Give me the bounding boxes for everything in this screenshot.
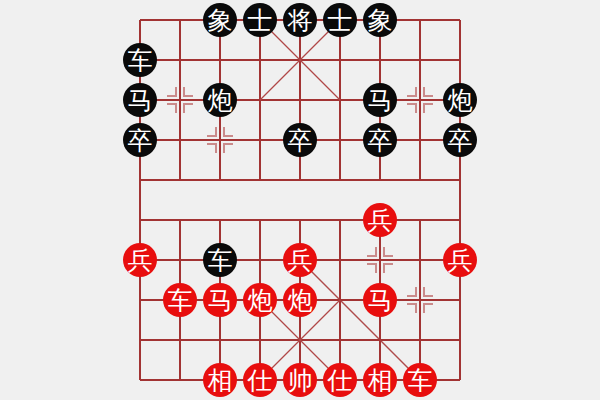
point-marker	[407, 87, 433, 113]
piece-black-cannon[interactable]: 炮	[203, 83, 237, 117]
intersection-f1r2[interactable]	[160, 80, 200, 120]
intersection-f4r0[interactable]: 将	[280, 0, 320, 40]
piece-red-horse[interactable]: 马	[363, 283, 397, 317]
piece-red-elephant[interactable]: 相	[363, 363, 397, 397]
piece-black-soldier[interactable]: 卒	[123, 123, 157, 157]
piece-red-general[interactable]: 帅	[283, 363, 317, 397]
piece-red-soldier[interactable]: 兵	[283, 243, 317, 277]
intersection-f0r6[interactable]: 兵	[120, 240, 160, 280]
piece-red-cannon[interactable]: 炮	[283, 283, 317, 317]
intersection-f4r7[interactable]: 炮	[280, 280, 320, 320]
piece-red-soldier[interactable]: 兵	[123, 243, 157, 277]
piece-black-general[interactable]: 将	[283, 3, 317, 37]
piece-black-horse[interactable]: 马	[123, 83, 157, 117]
point-marker	[167, 87, 193, 113]
intersection-f6r9[interactable]: 相	[360, 360, 400, 400]
intersection-f5r0[interactable]: 士	[320, 0, 360, 40]
intersection-f8r3[interactable]: 卒	[440, 120, 480, 160]
intersection-f4r6[interactable]: 兵	[280, 240, 320, 280]
piece-red-horse[interactable]: 马	[203, 283, 237, 317]
piece-black-elephant[interactable]: 象	[203, 3, 237, 37]
point-marker	[407, 287, 433, 313]
piece-red-chariot[interactable]: 车	[403, 363, 437, 397]
piece-black-advisor[interactable]: 士	[323, 3, 357, 37]
piece-red-cannon[interactable]: 炮	[243, 283, 277, 317]
intersection-f4r3[interactable]: 卒	[280, 120, 320, 160]
intersection-f2r0[interactable]: 象	[200, 0, 240, 40]
intersection-f3r7[interactable]: 炮	[240, 280, 280, 320]
intersection-f7r9[interactable]: 车	[400, 360, 440, 400]
intersection-f6r2[interactable]: 马	[360, 80, 400, 120]
intersection-f1r7[interactable]: 车	[160, 280, 200, 320]
intersection-f8r2[interactable]: 炮	[440, 80, 480, 120]
piece-black-advisor[interactable]: 士	[243, 3, 277, 37]
xiangqi-board: 象士将士象车马炮马炮卒卒卒卒兵兵车兵兵车马炮炮马相仕帅仕相车	[120, 0, 480, 400]
intersection-f0r3[interactable]: 卒	[120, 120, 160, 160]
piece-black-elephant[interactable]: 象	[363, 3, 397, 37]
intersection-f2r6[interactable]: 车	[200, 240, 240, 280]
intersection-f6r5[interactable]: 兵	[360, 200, 400, 240]
intersection-f2r9[interactable]: 相	[200, 360, 240, 400]
piece-red-advisor[interactable]: 仕	[243, 363, 277, 397]
point-marker	[207, 127, 233, 153]
point-marker	[367, 247, 393, 273]
board-grid: 象士将士象车马炮马炮卒卒卒卒兵兵车兵兵车马炮炮马相仕帅仕相车	[120, 0, 480, 400]
intersection-f0r2[interactable]: 马	[120, 80, 160, 120]
piece-black-chariot[interactable]: 车	[203, 243, 237, 277]
intersection-f8r6[interactable]: 兵	[440, 240, 480, 280]
piece-red-soldier[interactable]: 兵	[443, 243, 477, 277]
intersection-f2r3[interactable]	[200, 120, 240, 160]
piece-red-chariot[interactable]: 车	[163, 283, 197, 317]
xiangqi-app-canvas: 象士将士象车马炮马炮卒卒卒卒兵兵车兵兵车马炮炮马相仕帅仕相车	[0, 0, 600, 400]
piece-black-soldier[interactable]: 卒	[283, 123, 317, 157]
intersection-f6r7[interactable]: 马	[360, 280, 400, 320]
piece-red-soldier[interactable]: 兵	[363, 203, 397, 237]
piece-black-soldier[interactable]: 卒	[443, 123, 477, 157]
piece-red-advisor[interactable]: 仕	[323, 363, 357, 397]
piece-black-soldier[interactable]: 卒	[363, 123, 397, 157]
piece-red-elephant[interactable]: 相	[203, 363, 237, 397]
intersection-f7r7[interactable]	[400, 280, 440, 320]
intersection-f2r7[interactable]: 马	[200, 280, 240, 320]
piece-black-horse[interactable]: 马	[363, 83, 397, 117]
intersection-f5r9[interactable]: 仕	[320, 360, 360, 400]
piece-black-cannon[interactable]: 炮	[443, 83, 477, 117]
intersection-f7r2[interactable]	[400, 80, 440, 120]
intersection-f6r0[interactable]: 象	[360, 0, 400, 40]
intersection-f3r0[interactable]: 士	[240, 0, 280, 40]
intersection-f6r3[interactable]: 卒	[360, 120, 400, 160]
intersection-f3r9[interactable]: 仕	[240, 360, 280, 400]
intersection-f0r1[interactable]: 车	[120, 40, 160, 80]
intersection-f2r2[interactable]: 炮	[200, 80, 240, 120]
intersection-f4r9[interactable]: 帅	[280, 360, 320, 400]
intersection-f6r6[interactable]	[360, 240, 400, 280]
piece-black-chariot[interactable]: 车	[123, 43, 157, 77]
